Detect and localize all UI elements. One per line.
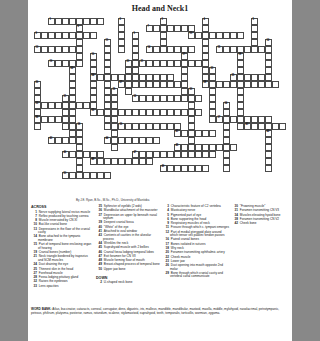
grid-cell[interactable] [104, 67, 111, 74]
grid-cell[interactable] [90, 151, 97, 158]
grid-cell[interactable] [62, 116, 69, 123]
grid-cell[interactable] [104, 123, 111, 130]
grid-cell[interactable] [111, 95, 118, 102]
grid-cell[interactable] [202, 74, 209, 81]
grid-cell[interactable] [188, 109, 195, 116]
grid-cell[interactable] [146, 60, 153, 67]
grid-cell[interactable] [62, 60, 69, 67]
grid-cell[interactable] [167, 123, 174, 130]
grid-cell[interactable] [167, 165, 174, 172]
grid-cell[interactable] [90, 60, 97, 67]
grid-cell[interactable] [62, 46, 69, 53]
grid-cell[interactable] [146, 158, 153, 165]
grid-cell[interactable] [195, 130, 202, 137]
grid-cell[interactable] [76, 39, 83, 46]
grid-cell[interactable] [230, 116, 237, 123]
grid-cell[interactable] [90, 95, 97, 102]
grid-cell[interactable]: 30 [188, 88, 195, 95]
grid-cell[interactable] [209, 102, 216, 109]
grid-cell[interactable] [265, 165, 272, 172]
grid-cell[interactable] [125, 74, 132, 81]
grid-cell[interactable] [265, 60, 272, 67]
grid-cell[interactable]: 44 [104, 137, 111, 144]
grid-cell[interactable] [146, 123, 153, 130]
grid-cell[interactable] [223, 123, 230, 130]
grid-cell[interactable]: 8 [34, 32, 41, 39]
grid-cell[interactable] [209, 88, 216, 95]
grid-cell[interactable] [181, 46, 188, 53]
grid-cell[interactable]: 12 [265, 39, 272, 46]
grid-cell[interactable] [146, 137, 153, 144]
grid-cell[interactable] [125, 158, 132, 165]
grid-cell[interactable] [188, 144, 195, 151]
grid-cell[interactable] [265, 151, 272, 158]
grid-cell[interactable] [69, 46, 76, 53]
grid-cell[interactable]: 22 [69, 67, 76, 74]
grid-cell[interactable] [48, 116, 55, 123]
grid-cell[interactable] [104, 116, 111, 123]
grid-cell[interactable] [146, 74, 153, 81]
grid-cell[interactable]: 49 [160, 165, 167, 172]
grid-cell[interactable]: 50 [62, 172, 69, 179]
grid-cell[interactable]: 4 [202, 18, 209, 25]
grid-cell[interactable]: 28 [202, 81, 209, 88]
grid-cell[interactable] [216, 144, 223, 151]
grid-cell[interactable] [111, 116, 118, 123]
grid-cell[interactable] [258, 123, 265, 130]
grid-cell[interactable] [69, 116, 76, 123]
grid-cell[interactable] [55, 18, 62, 25]
grid-cell[interactable] [188, 151, 195, 158]
grid-cell[interactable] [237, 60, 244, 67]
grid-cell[interactable] [188, 95, 195, 102]
grid-cell[interactable] [258, 74, 265, 81]
grid-cell[interactable] [209, 109, 216, 116]
grid-cell[interactable]: 13 [34, 46, 41, 53]
grid-cell[interactable] [174, 123, 181, 130]
grid-cell[interactable] [69, 95, 76, 102]
grid-cell[interactable] [223, 165, 230, 172]
grid-cell[interactable] [104, 46, 111, 53]
grid-cell[interactable]: 48 [90, 158, 97, 165]
grid-cell[interactable] [174, 151, 181, 158]
grid-cell[interactable] [265, 46, 272, 53]
grid-cell[interactable] [55, 46, 62, 53]
grid-cell[interactable] [160, 74, 167, 81]
grid-cell[interactable]: 5 [251, 18, 258, 25]
grid-cell[interactable] [202, 53, 209, 60]
grid-cell[interactable] [181, 151, 188, 158]
grid-cell[interactable] [153, 109, 160, 116]
grid-cell[interactable] [125, 109, 132, 116]
grid-cell[interactable] [62, 102, 69, 109]
grid-cell[interactable] [76, 151, 83, 158]
grid-cell[interactable] [216, 32, 223, 39]
grid-cell[interactable] [76, 60, 83, 67]
grid-cell[interactable] [34, 88, 41, 95]
grid-cell[interactable]: 10 [188, 32, 195, 39]
grid-cell[interactable]: 46 [62, 151, 69, 158]
grid-cell[interactable] [104, 95, 111, 102]
grid-cell[interactable] [195, 60, 202, 67]
grid-cell[interactable] [111, 102, 118, 109]
grid-cell[interactable] [181, 95, 188, 102]
grid-cell[interactable] [41, 32, 48, 39]
grid-cell[interactable] [181, 109, 188, 116]
grid-cell[interactable] [237, 102, 244, 109]
grid-cell[interactable] [118, 158, 125, 165]
grid-cell[interactable] [272, 81, 279, 88]
grid-cell[interactable] [244, 46, 251, 53]
grid-cell[interactable]: 26 [34, 81, 41, 88]
grid-cell[interactable] [202, 46, 209, 53]
grid-cell[interactable] [90, 67, 97, 74]
grid-cell[interactable]: 29 [111, 88, 118, 95]
grid-cell[interactable] [251, 39, 258, 46]
grid-cell[interactable] [118, 32, 125, 39]
grid-cell[interactable] [174, 165, 181, 172]
grid-cell[interactable]: 27 [118, 81, 125, 88]
grid-cell[interactable] [174, 60, 181, 67]
grid-cell[interactable] [181, 165, 188, 172]
grid-cell[interactable] [111, 158, 118, 165]
grid-cell[interactable] [237, 123, 244, 130]
grid-cell[interactable]: 31 [62, 95, 69, 102]
grid-cell[interactable] [41, 116, 48, 123]
grid-cell[interactable] [265, 116, 272, 123]
grid-cell[interactable] [146, 95, 153, 102]
grid-cell[interactable] [69, 74, 76, 81]
grid-cell[interactable] [132, 81, 139, 88]
grid-cell[interactable] [251, 46, 258, 53]
grid-cell[interactable] [118, 25, 125, 32]
grid-cell[interactable] [90, 18, 97, 25]
grid-cell[interactable] [62, 109, 69, 116]
grid-cell[interactable] [69, 130, 76, 137]
grid-cell[interactable] [153, 74, 160, 81]
grid-cell[interactable] [153, 123, 160, 130]
grid-cell[interactable] [174, 95, 181, 102]
grid-cell[interactable] [153, 60, 160, 67]
grid-cell[interactable] [139, 151, 146, 158]
grid-cell[interactable] [160, 32, 167, 39]
grid-cell[interactable] [258, 81, 265, 88]
grid-cell[interactable] [167, 95, 174, 102]
grid-cell[interactable] [181, 130, 188, 137]
grid-cell[interactable] [202, 67, 209, 74]
grid-cell[interactable] [104, 53, 111, 60]
grid-cell[interactable] [48, 32, 55, 39]
grid-cell[interactable] [223, 158, 230, 165]
grid-cell[interactable] [244, 74, 251, 81]
grid-cell[interactable] [202, 165, 209, 172]
grid-cell[interactable] [153, 137, 160, 144]
grid-cell[interactable] [223, 32, 230, 39]
grid-cell[interactable] [111, 144, 118, 151]
grid-cell[interactable] [132, 46, 139, 53]
grid-cell[interactable] [55, 60, 62, 67]
grid-cell[interactable] [265, 74, 272, 81]
grid-cell[interactable] [132, 60, 139, 67]
grid-cell[interactable] [146, 151, 153, 158]
grid-cell[interactable] [97, 74, 104, 81]
grid-cell[interactable] [139, 123, 146, 130]
grid-cell[interactable]: 35 [90, 109, 97, 116]
grid-cell[interactable] [230, 81, 237, 88]
grid-cell[interactable] [41, 102, 48, 109]
grid-cell[interactable] [209, 130, 216, 137]
grid-cell[interactable] [104, 88, 111, 95]
grid-cell[interactable] [223, 144, 230, 151]
grid-cell[interactable]: 14 [146, 46, 153, 53]
grid-cell[interactable] [160, 109, 167, 116]
grid-cell[interactable] [34, 95, 41, 102]
grid-cell[interactable] [132, 74, 139, 81]
grid-cell[interactable] [139, 81, 146, 88]
grid-cell[interactable] [237, 32, 244, 39]
grid-cell[interactable] [202, 130, 209, 137]
grid-cell[interactable]: 19 [48, 60, 55, 67]
grid-cell[interactable] [125, 81, 132, 88]
grid-cell[interactable] [34, 109, 41, 116]
grid-cell[interactable] [279, 123, 286, 130]
grid-cell[interactable] [69, 109, 76, 116]
grid-cell[interactable]: 21 [139, 60, 146, 67]
grid-cell[interactable] [83, 102, 90, 109]
grid-cell[interactable] [258, 116, 265, 123]
grid-cell[interactable] [265, 123, 272, 130]
grid-cell[interactable]: 25 [230, 74, 237, 81]
grid-cell[interactable] [237, 88, 244, 95]
grid-cell[interactable]: 40 [244, 123, 251, 130]
grid-cell[interactable]: 42 [265, 130, 272, 137]
grid-cell[interactable] [83, 172, 90, 179]
grid-cell[interactable] [202, 60, 209, 67]
grid-cell[interactable] [160, 46, 167, 53]
grid-cell[interactable]: 36 [34, 116, 41, 123]
grid-cell[interactable] [76, 165, 83, 172]
grid-cell[interactable] [188, 60, 195, 67]
grid-cell[interactable] [104, 60, 111, 67]
grid-cell[interactable] [181, 60, 188, 67]
grid-cell[interactable] [237, 74, 244, 81]
grid-cell[interactable]: 41 [174, 130, 181, 137]
grid-cell[interactable] [188, 25, 195, 32]
grid-cell[interactable] [90, 32, 97, 39]
grid-cell[interactable]: 34 [223, 102, 230, 109]
grid-cell[interactable]: 6 [76, 25, 83, 32]
grid-cell[interactable] [195, 109, 202, 116]
grid-cell[interactable] [251, 116, 258, 123]
grid-cell[interactable]: 7 [146, 25, 153, 32]
grid-cell[interactable] [202, 39, 209, 46]
grid-cell[interactable] [97, 158, 104, 165]
grid-cell[interactable] [188, 137, 195, 144]
grid-cell[interactable] [223, 137, 230, 144]
grid-cell[interactable] [76, 46, 83, 53]
grid-cell[interactable] [160, 60, 167, 67]
grid-cell[interactable] [83, 32, 90, 39]
grid-cell[interactable] [139, 158, 146, 165]
grid-cell[interactable] [265, 67, 272, 74]
grid-cell[interactable] [118, 137, 125, 144]
grid-cell[interactable]: 24 [90, 74, 97, 81]
grid-cell[interactable] [55, 116, 62, 123]
grid-cell[interactable] [125, 123, 132, 130]
grid-cell[interactable] [153, 81, 160, 88]
grid-cell[interactable] [272, 123, 279, 130]
grid-cell[interactable] [167, 151, 174, 158]
grid-cell[interactable] [76, 53, 83, 60]
grid-cell[interactable] [139, 137, 146, 144]
grid-cell[interactable] [244, 116, 251, 123]
grid-cell[interactable] [132, 137, 139, 144]
grid-cell[interactable] [132, 109, 139, 116]
grid-cell[interactable] [48, 102, 55, 109]
grid-cell[interactable]: 33 [34, 102, 41, 109]
grid-cell[interactable] [41, 46, 48, 53]
grid-cell[interactable] [223, 130, 230, 137]
grid-cell[interactable] [265, 53, 272, 60]
grid-cell[interactable] [195, 144, 202, 151]
grid-cell[interactable]: 47 [132, 151, 139, 158]
grid-cell[interactable] [195, 151, 202, 158]
grid-cell[interactable] [118, 74, 125, 81]
grid-cell[interactable] [160, 25, 167, 32]
grid-cell[interactable] [62, 18, 69, 25]
grid-cell[interactable] [160, 151, 167, 158]
grid-cell[interactable] [132, 158, 139, 165]
grid-cell[interactable] [223, 116, 230, 123]
grid-cell[interactable] [62, 32, 69, 39]
grid-cell[interactable] [202, 25, 209, 32]
grid-cell[interactable] [69, 102, 76, 109]
grid-cell[interactable] [104, 109, 111, 116]
grid-cell[interactable]: 17 [181, 53, 188, 60]
grid-cell[interactable] [76, 32, 83, 39]
grid-cell[interactable] [237, 116, 244, 123]
grid-cell[interactable] [55, 102, 62, 109]
grid-cell[interactable] [153, 151, 160, 158]
grid-cell[interactable] [69, 123, 76, 130]
grid-cell[interactable] [62, 137, 69, 144]
grid-cell[interactable] [188, 130, 195, 137]
grid-cell[interactable] [223, 151, 230, 158]
grid-cell[interactable] [69, 81, 76, 88]
grid-cell[interactable] [230, 32, 237, 39]
grid-cell[interactable] [181, 88, 188, 95]
grid-cell[interactable] [251, 32, 258, 39]
grid-cell[interactable] [160, 123, 167, 130]
grid-cell[interactable] [153, 46, 160, 53]
grid-cell[interactable] [230, 46, 237, 53]
grid-cell[interactable] [111, 130, 118, 137]
grid-cell[interactable] [104, 158, 111, 165]
grid-cell[interactable] [195, 165, 202, 172]
grid-cell[interactable] [69, 18, 76, 25]
grid-cell[interactable] [97, 109, 104, 116]
grid-cell[interactable]: 45 [174, 144, 181, 151]
grid-cell[interactable] [76, 102, 83, 109]
grid-cell[interactable] [76, 18, 83, 25]
grid-cell[interactable] [139, 95, 146, 102]
grid-cell[interactable] [132, 53, 139, 60]
grid-cell[interactable] [216, 81, 223, 88]
grid-cell[interactable] [90, 81, 97, 88]
grid-cell[interactable] [97, 18, 104, 25]
grid-cell[interactable] [62, 123, 69, 130]
grid-cell[interactable] [90, 172, 97, 179]
grid-cell[interactable] [202, 144, 209, 151]
grid-cell[interactable] [209, 144, 216, 151]
grid-cell[interactable]: 32 [132, 95, 139, 102]
grid-cell[interactable] [181, 74, 188, 81]
grid-cell[interactable] [125, 88, 132, 95]
grid-cell[interactable] [69, 32, 76, 39]
grid-cell[interactable] [174, 25, 181, 32]
grid-cell[interactable] [265, 144, 272, 151]
grid-cell[interactable] [90, 88, 97, 95]
grid-cell[interactable] [167, 81, 174, 88]
grid-cell[interactable]: 2 [118, 18, 125, 25]
grid-cell[interactable] [188, 165, 195, 172]
grid-cell[interactable] [174, 46, 181, 53]
grid-cell[interactable] [55, 137, 62, 144]
grid-cell[interactable] [111, 123, 118, 130]
grid-cell[interactable] [104, 81, 111, 88]
grid-cell[interactable] [160, 81, 167, 88]
grid-cell[interactable] [34, 123, 41, 130]
grid-cell[interactable] [209, 95, 216, 102]
grid-cell[interactable] [202, 151, 209, 158]
grid-cell[interactable] [251, 74, 258, 81]
grid-cell[interactable] [265, 158, 272, 165]
grid-cell[interactable]: 37 [216, 116, 223, 123]
grid-cell[interactable] [167, 25, 174, 32]
grid-cell[interactable] [230, 144, 237, 151]
grid-cell[interactable] [188, 102, 195, 109]
grid-cell[interactable] [48, 46, 55, 53]
grid-cell[interactable] [209, 116, 216, 123]
grid-cell[interactable] [76, 137, 83, 144]
grid-cell[interactable] [118, 39, 125, 46]
grid-cell[interactable] [237, 109, 244, 116]
grid-cell[interactable] [125, 67, 132, 74]
grid-cell[interactable] [181, 144, 188, 151]
grid-cell[interactable] [76, 130, 83, 137]
grid-cell[interactable]: 43 [48, 137, 55, 144]
grid-cell[interactable]: 23 [209, 67, 216, 74]
grid-cell[interactable] [104, 102, 111, 109]
grid-cell[interactable] [237, 81, 244, 88]
grid-cell[interactable] [111, 74, 118, 81]
grid-cell[interactable] [167, 60, 174, 67]
grid-cell[interactable] [195, 32, 202, 39]
grid-cell[interactable] [223, 81, 230, 88]
grid-cell[interactable] [174, 109, 181, 116]
grid-cell[interactable] [153, 95, 160, 102]
grid-cell[interactable] [118, 109, 125, 116]
grid-cell[interactable] [181, 81, 188, 88]
grid-cell[interactable] [188, 116, 195, 123]
grid-cell[interactable] [69, 88, 76, 95]
grid-cell[interactable] [55, 32, 62, 39]
grid-cell[interactable] [153, 25, 160, 32]
grid-cell[interactable] [76, 172, 83, 179]
grid-cell[interactable] [69, 60, 76, 67]
grid-cell[interactable] [76, 144, 83, 151]
grid-cell[interactable] [146, 81, 153, 88]
